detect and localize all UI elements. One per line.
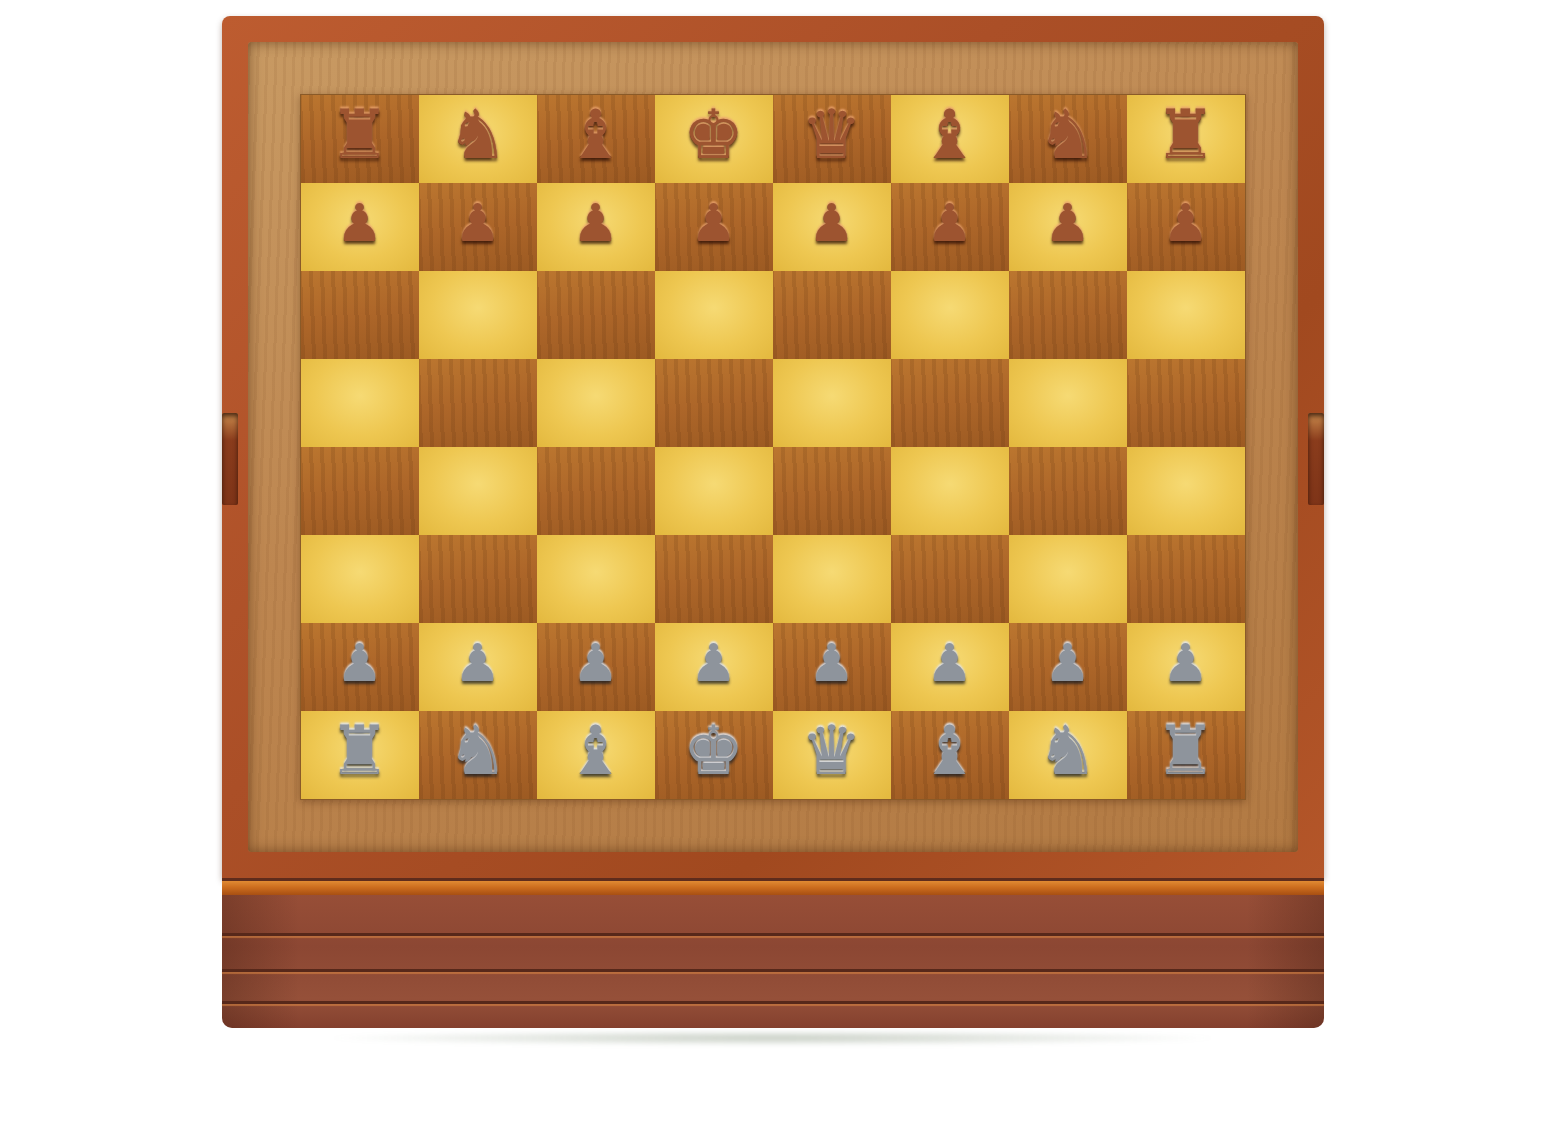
- square-b8[interactable]: ♞: [419, 95, 537, 183]
- square-c8[interactable]: ♝: [537, 95, 655, 183]
- front-groove-1: [222, 933, 1324, 936]
- square-g6[interactable]: [1009, 271, 1127, 359]
- piece-copper-pawn[interactable]: ♟: [336, 197, 383, 249]
- piece-copper-pawn[interactable]: ♟: [926, 197, 973, 249]
- piece-copper-queen[interactable]: ♛: [801, 101, 862, 169]
- square-b1[interactable]: ♞: [419, 711, 537, 799]
- square-e8[interactable]: ♛: [773, 95, 891, 183]
- piece-copper-knight[interactable]: ♞: [1037, 101, 1098, 169]
- square-c6[interactable]: [537, 271, 655, 359]
- finger-notch-left: [222, 413, 238, 505]
- square-f7[interactable]: ♟: [891, 183, 1009, 271]
- square-a6[interactable]: [301, 271, 419, 359]
- square-f4[interactable]: [891, 447, 1009, 535]
- square-c7[interactable]: ♟: [537, 183, 655, 271]
- square-g8[interactable]: ♞: [1009, 95, 1127, 183]
- piece-pewter-bishop[interactable]: ♝: [565, 717, 626, 785]
- box-front: [222, 878, 1324, 1028]
- piece-pewter-rook[interactable]: ♜: [1155, 717, 1216, 785]
- chess-board: ♜♞♝♚♛♝♞♜♟♟♟♟♟♟♟♟♟♟♟♟♟♟♟♟♜♞♝♚♛♝♞♜: [300, 94, 1246, 800]
- piece-copper-pawn[interactable]: ♟: [1044, 197, 1091, 249]
- square-g1[interactable]: ♞: [1009, 711, 1127, 799]
- piece-copper-king[interactable]: ♚: [683, 101, 744, 169]
- front-groove-3: [222, 1001, 1324, 1004]
- square-d4[interactable]: [655, 447, 773, 535]
- square-a8[interactable]: ♜: [301, 95, 419, 183]
- piece-copper-pawn[interactable]: ♟: [572, 197, 619, 249]
- square-d6[interactable]: [655, 271, 773, 359]
- square-c1[interactable]: ♝: [537, 711, 655, 799]
- piece-pewter-knight[interactable]: ♞: [447, 717, 508, 785]
- square-d2[interactable]: ♟: [655, 623, 773, 711]
- square-b5[interactable]: [419, 359, 537, 447]
- piece-pewter-king[interactable]: ♚: [683, 717, 744, 785]
- piece-pewter-pawn[interactable]: ♟: [336, 637, 383, 689]
- square-b7[interactable]: ♟: [419, 183, 537, 271]
- square-c5[interactable]: [537, 359, 655, 447]
- board-lid: ♜♞♝♚♛♝♞♜♟♟♟♟♟♟♟♟♟♟♟♟♟♟♟♟♜♞♝♚♛♝♞♜: [222, 16, 1324, 878]
- piece-pewter-knight[interactable]: ♞: [1037, 717, 1098, 785]
- piece-copper-rook[interactable]: ♜: [329, 101, 390, 169]
- piece-copper-pawn[interactable]: ♟: [454, 197, 501, 249]
- square-h4[interactable]: [1127, 447, 1245, 535]
- photo-scene: ♜♞♝♚♛♝♞♜♟♟♟♟♟♟♟♟♟♟♟♟♟♟♟♟♜♞♝♚♛♝♞♜: [0, 0, 1545, 1125]
- square-a2[interactable]: ♟: [301, 623, 419, 711]
- piece-pewter-queen[interactable]: ♛: [801, 717, 862, 785]
- square-h2[interactable]: ♟: [1127, 623, 1245, 711]
- piece-pewter-pawn[interactable]: ♟: [1044, 637, 1091, 689]
- square-e5[interactable]: [773, 359, 891, 447]
- piece-pewter-pawn[interactable]: ♟: [926, 637, 973, 689]
- piece-copper-pawn[interactable]: ♟: [1162, 197, 1209, 249]
- square-e7[interactable]: ♟: [773, 183, 891, 271]
- piece-pewter-pawn[interactable]: ♟: [690, 637, 737, 689]
- square-f1[interactable]: ♝: [891, 711, 1009, 799]
- square-g5[interactable]: [1009, 359, 1127, 447]
- piece-copper-knight[interactable]: ♞: [447, 101, 508, 169]
- square-f5[interactable]: [891, 359, 1009, 447]
- square-b4[interactable]: [419, 447, 537, 535]
- square-d8[interactable]: ♚: [655, 95, 773, 183]
- piece-copper-bishop[interactable]: ♝: [565, 101, 626, 169]
- piece-pewter-pawn[interactable]: ♟: [454, 637, 501, 689]
- square-g7[interactable]: ♟: [1009, 183, 1127, 271]
- piece-copper-pawn[interactable]: ♟: [690, 197, 737, 249]
- chess-box: ♜♞♝♚♛♝♞♜♟♟♟♟♟♟♟♟♟♟♟♟♟♟♟♟♜♞♝♚♛♝♞♜: [222, 16, 1324, 1046]
- square-g2[interactable]: ♟: [1009, 623, 1127, 711]
- square-f2[interactable]: ♟: [891, 623, 1009, 711]
- square-g4[interactable]: [1009, 447, 1127, 535]
- floor-shadow: [321, 1030, 1225, 1046]
- square-a1[interactable]: ♜: [301, 711, 419, 799]
- square-e3[interactable]: [773, 535, 891, 623]
- piece-copper-rook[interactable]: ♜: [1155, 101, 1216, 169]
- front-groove-2: [222, 969, 1324, 972]
- square-d1[interactable]: ♚: [655, 711, 773, 799]
- piece-pewter-rook[interactable]: ♜: [329, 717, 390, 785]
- piece-copper-pawn[interactable]: ♟: [808, 197, 855, 249]
- square-h1[interactable]: ♜: [1127, 711, 1245, 799]
- square-a7[interactable]: ♟: [301, 183, 419, 271]
- square-d3[interactable]: [655, 535, 773, 623]
- piece-pewter-bishop[interactable]: ♝: [919, 717, 980, 785]
- board-surface: ♜♞♝♚♛♝♞♜♟♟♟♟♟♟♟♟♟♟♟♟♟♟♟♟♜♞♝♚♛♝♞♜: [248, 42, 1298, 852]
- piece-pewter-pawn[interactable]: ♟: [1162, 637, 1209, 689]
- square-d7[interactable]: ♟: [655, 183, 773, 271]
- square-a4[interactable]: [301, 447, 419, 535]
- square-h7[interactable]: ♟: [1127, 183, 1245, 271]
- square-g3[interactable]: [1009, 535, 1127, 623]
- square-f3[interactable]: [891, 535, 1009, 623]
- square-c2[interactable]: ♟: [537, 623, 655, 711]
- square-e4[interactable]: [773, 447, 891, 535]
- square-e1[interactable]: ♛: [773, 711, 891, 799]
- square-e6[interactable]: [773, 271, 891, 359]
- finger-notch-right: [1308, 413, 1324, 505]
- square-a3[interactable]: [301, 535, 419, 623]
- square-a5[interactable]: [301, 359, 419, 447]
- piece-pewter-pawn[interactable]: ♟: [572, 637, 619, 689]
- square-h8[interactable]: ♜: [1127, 95, 1245, 183]
- square-c4[interactable]: [537, 447, 655, 535]
- square-b3[interactable]: [419, 535, 537, 623]
- square-f8[interactable]: ♝: [891, 95, 1009, 183]
- piece-pewter-pawn[interactable]: ♟: [808, 637, 855, 689]
- square-h5[interactable]: [1127, 359, 1245, 447]
- square-h6[interactable]: [1127, 271, 1245, 359]
- square-c3[interactable]: [537, 535, 655, 623]
- front-bevel-edge: [222, 881, 1324, 895]
- piece-copper-bishop[interactable]: ♝: [919, 101, 980, 169]
- square-e2[interactable]: ♟: [773, 623, 891, 711]
- square-d5[interactable]: [655, 359, 773, 447]
- square-b2[interactable]: ♟: [419, 623, 537, 711]
- square-b6[interactable]: [419, 271, 537, 359]
- square-h3[interactable]: [1127, 535, 1245, 623]
- square-f6[interactable]: [891, 271, 1009, 359]
